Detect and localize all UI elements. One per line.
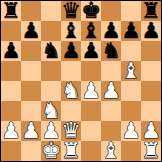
square-g7[interactable]: ♟ [121, 21, 141, 41]
piece-white-knight[interactable]: ♞ [61, 81, 81, 101]
square-d6[interactable]: ♟ [61, 41, 81, 61]
square-h1[interactable]: ♜ [141, 141, 161, 161]
piece-black-pawn[interactable]: ♟ [21, 21, 41, 41]
square-e3[interactable] [81, 101, 101, 121]
piece-white-bishop[interactable]: ♝ [121, 61, 141, 81]
square-e1[interactable] [81, 141, 101, 161]
square-c5[interactable] [41, 61, 61, 81]
piece-white-pawn[interactable]: ♟ [81, 81, 101, 101]
square-f4[interactable]: ♟ [101, 81, 121, 101]
piece-white-king[interactable]: ♚ [41, 141, 61, 161]
piece-white-pawn[interactable]: ♟ [121, 121, 141, 141]
piece-white-rook[interactable]: ♜ [61, 141, 81, 161]
square-b1[interactable] [21, 141, 41, 161]
square-h5[interactable] [141, 61, 161, 81]
square-e4[interactable]: ♟ [81, 81, 101, 101]
square-a1[interactable] [1, 141, 21, 161]
square-h6[interactable] [141, 41, 161, 61]
square-a8[interactable]: ♜ [1, 1, 21, 21]
square-c1[interactable]: ♚ [41, 141, 61, 161]
piece-black-pawn[interactable]: ♟ [81, 41, 101, 61]
piece-white-bishop[interactable]: ♝ [101, 141, 121, 161]
square-c8[interactable] [41, 1, 61, 21]
square-e6[interactable]: ♟ [81, 41, 101, 61]
piece-black-rook[interactable]: ♜ [1, 1, 21, 21]
square-b6[interactable] [21, 41, 41, 61]
square-a5[interactable] [1, 61, 21, 81]
piece-black-knight[interactable]: ♞ [101, 41, 121, 61]
piece-black-knight[interactable]: ♞ [41, 41, 61, 61]
square-d1[interactable]: ♜ [61, 141, 81, 161]
square-c6[interactable]: ♞ [41, 41, 61, 61]
square-a6[interactable]: ♟ [1, 41, 21, 61]
square-g5[interactable]: ♝ [121, 61, 141, 81]
piece-white-pawn[interactable]: ♟ [21, 121, 41, 141]
piece-black-pawn[interactable]: ♟ [141, 21, 161, 41]
piece-black-pawn[interactable]: ♟ [61, 41, 81, 61]
square-d4[interactable]: ♞ [61, 81, 81, 101]
square-h4[interactable] [141, 81, 161, 101]
square-h7[interactable]: ♟ [141, 21, 161, 41]
piece-white-pawn[interactable]: ♟ [101, 81, 121, 101]
piece-black-pawn[interactable]: ♟ [1, 41, 21, 61]
square-g2[interactable]: ♟ [121, 121, 141, 141]
chess-board: ♜♛♚♜♟♝♝♟♟♟♟♞♟♟♞♝♞♟♟♞♟♟♟♛♟♟♚♜♝♜ [0, 0, 162, 162]
square-g4[interactable] [121, 81, 141, 101]
square-f1[interactable]: ♝ [101, 141, 121, 161]
square-b5[interactable] [21, 61, 41, 81]
square-b4[interactable] [21, 81, 41, 101]
square-a2[interactable]: ♟ [1, 121, 21, 141]
piece-black-pawn[interactable]: ♟ [121, 21, 141, 41]
piece-white-pawn[interactable]: ♟ [1, 121, 21, 141]
square-e2[interactable] [81, 121, 101, 141]
square-b7[interactable]: ♟ [21, 21, 41, 41]
square-b2[interactable]: ♟ [21, 121, 41, 141]
square-f6[interactable]: ♞ [101, 41, 121, 61]
square-f3[interactable] [101, 101, 121, 121]
square-g1[interactable] [121, 141, 141, 161]
piece-white-rook[interactable]: ♜ [141, 141, 161, 161]
square-a4[interactable] [1, 81, 21, 101]
